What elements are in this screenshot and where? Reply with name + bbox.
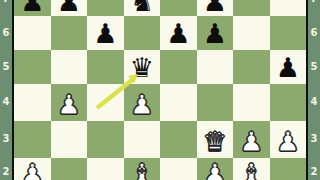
square-b4[interactable]: ♟ bbox=[51, 84, 88, 121]
rank-label-3: 3 bbox=[0, 133, 12, 145]
square-h6[interactable] bbox=[270, 16, 307, 50]
rank-label-2: 2 bbox=[308, 166, 320, 178]
square-h5[interactable]: ♟ bbox=[270, 50, 307, 84]
square-f4[interactable] bbox=[197, 84, 234, 121]
square-a4[interactable] bbox=[14, 84, 51, 121]
square-e4[interactable] bbox=[160, 84, 197, 121]
square-h7[interactable] bbox=[270, 0, 307, 16]
rank-label-2: 2 bbox=[0, 166, 12, 178]
black-pawn: ♟ bbox=[203, 0, 227, 15]
square-c6[interactable]: ♟ bbox=[87, 16, 124, 50]
square-c3[interactable] bbox=[87, 121, 124, 158]
square-b6[interactable] bbox=[51, 16, 88, 50]
square-f2[interactable]: ♟ bbox=[197, 158, 234, 180]
white-bishop: ♝ bbox=[130, 160, 154, 180]
black-pawn: ♟ bbox=[166, 20, 190, 47]
square-c7[interactable] bbox=[87, 0, 124, 16]
square-e3[interactable] bbox=[160, 121, 197, 158]
black-pawn: ♟ bbox=[203, 20, 227, 47]
square-d3[interactable] bbox=[124, 121, 161, 158]
white-pawn: ♟ bbox=[276, 128, 300, 155]
square-a2[interactable]: ♟ bbox=[14, 158, 51, 180]
rank-label-6: 6 bbox=[308, 27, 320, 39]
square-h4[interactable] bbox=[270, 84, 307, 121]
square-d5[interactable]: ♛ bbox=[124, 50, 161, 84]
black-knight: ♞ bbox=[130, 0, 154, 15]
square-g2[interactable]: ♝ bbox=[233, 158, 270, 180]
square-h2[interactable] bbox=[270, 158, 307, 180]
square-e2[interactable] bbox=[160, 158, 197, 180]
black-pawn: ♟ bbox=[57, 0, 81, 15]
left-rank-labels: 7 6 5 4 3 2 bbox=[0, 0, 14, 180]
square-b5[interactable] bbox=[51, 50, 88, 84]
square-a3[interactable] bbox=[14, 121, 51, 158]
white-pawn: ♟ bbox=[130, 91, 154, 118]
rank-label-5: 5 bbox=[308, 61, 320, 73]
square-g5[interactable] bbox=[233, 50, 270, 84]
white-queen: ♛ bbox=[203, 128, 227, 155]
square-f3[interactable]: ♛ bbox=[197, 121, 234, 158]
board: ♟♟♞♟♟♟♟♛♟♟♟♛♟♟♟♝♟♝ bbox=[14, 0, 306, 180]
square-d4[interactable]: ♟ bbox=[124, 84, 161, 121]
square-e5[interactable] bbox=[160, 50, 197, 84]
rank-label-5: 5 bbox=[0, 61, 12, 73]
square-a5[interactable] bbox=[14, 50, 51, 84]
square-d6[interactable] bbox=[124, 16, 161, 50]
square-g7[interactable] bbox=[233, 0, 270, 16]
square-b2[interactable] bbox=[51, 158, 88, 180]
rank-label-4: 4 bbox=[0, 96, 12, 108]
rank-label-3: 3 bbox=[308, 133, 320, 145]
white-pawn: ♟ bbox=[57, 91, 81, 118]
square-f5[interactable] bbox=[197, 50, 234, 84]
right-rank-labels: 7 6 5 4 3 2 bbox=[306, 0, 320, 180]
rank-label-4: 4 bbox=[308, 96, 320, 108]
square-g3[interactable]: ♟ bbox=[233, 121, 270, 158]
black-pawn: ♟ bbox=[93, 20, 117, 47]
square-g6[interactable] bbox=[233, 16, 270, 50]
white-bishop: ♝ bbox=[239, 160, 263, 180]
square-f7[interactable]: ♟ bbox=[197, 0, 234, 16]
rank-label-7: 7 bbox=[308, 0, 320, 5]
rank-label-6: 6 bbox=[0, 27, 12, 39]
square-f6[interactable]: ♟ bbox=[197, 16, 234, 50]
square-b3[interactable] bbox=[51, 121, 88, 158]
square-d7[interactable]: ♞ bbox=[124, 0, 161, 16]
square-c5[interactable] bbox=[87, 50, 124, 84]
square-g4[interactable] bbox=[233, 84, 270, 121]
chessboard-frame: ♟♟♞♟♟♟♟♛♟♟♟♛♟♟♟♝♟♝ 7 6 5 4 3 2 7 6 5 4 3… bbox=[0, 0, 320, 180]
square-c4[interactable] bbox=[87, 84, 124, 121]
square-e6[interactable]: ♟ bbox=[160, 16, 197, 50]
square-a6[interactable] bbox=[14, 16, 51, 50]
square-c2[interactable] bbox=[87, 158, 124, 180]
square-b7[interactable]: ♟ bbox=[51, 0, 88, 16]
rank-label-7: 7 bbox=[0, 0, 12, 5]
square-e7[interactable] bbox=[160, 0, 197, 16]
white-pawn: ♟ bbox=[239, 128, 263, 155]
square-d2[interactable]: ♝ bbox=[124, 158, 161, 180]
black-pawn: ♟ bbox=[20, 0, 44, 15]
white-pawn: ♟ bbox=[20, 160, 44, 180]
white-pawn: ♟ bbox=[203, 160, 227, 180]
black-pawn: ♟ bbox=[276, 54, 300, 81]
square-h3[interactable]: ♟ bbox=[270, 121, 307, 158]
square-a7[interactable]: ♟ bbox=[14, 0, 51, 16]
black-queen: ♛ bbox=[130, 54, 154, 81]
